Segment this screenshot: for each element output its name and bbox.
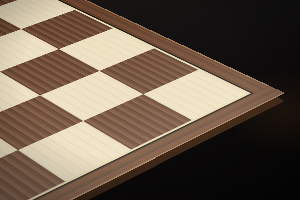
photo-backdrop: [0, 0, 300, 200]
